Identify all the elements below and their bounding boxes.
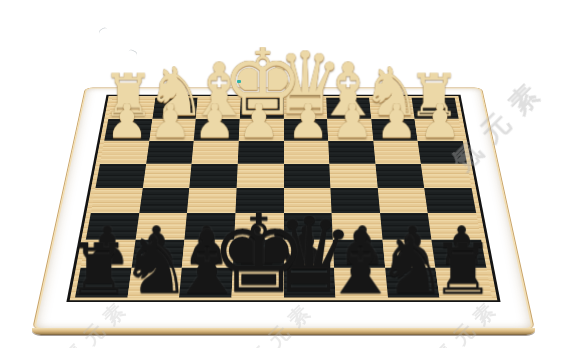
square-b3 (373, 141, 421, 164)
square-b1: ♞ (369, 98, 415, 119)
square-b4 (375, 164, 424, 188)
square-c7: ♟ (333, 240, 385, 268)
square-f8: ♝ (179, 268, 232, 298)
square-a8: ♜ (436, 268, 492, 298)
square-c3 (328, 141, 375, 164)
square-c1: ♝ (326, 98, 371, 119)
square-h6 (86, 213, 139, 240)
square-g8: ♞ (127, 268, 182, 298)
square-d5 (284, 188, 332, 213)
chess-board-grid: ♜♞♝♚♛♝♞♜♟♟♟♟♟♟♟♟♟♟♟♟♟♟♟♟♜♞♝♚♛♝♞♜ (75, 98, 492, 298)
square-d8: ♛ (284, 268, 336, 298)
square-e8: ♚ (231, 268, 283, 298)
board-wooden-frame: ♜♞♝♚♛♝♞♜♟♟♟♟♟♟♟♟♟♟♟♟♟♟♟♟♜♞♝♚♛♝♞♜ (32, 87, 535, 330)
square-a5 (425, 188, 477, 213)
square-h5 (91, 188, 143, 213)
square-d4 (284, 164, 331, 188)
square-b8: ♞ (385, 268, 440, 298)
square-f5 (187, 188, 236, 213)
square-e5 (235, 188, 283, 213)
dust-artifact (98, 26, 109, 37)
square-g4 (142, 164, 191, 188)
square-h7: ♟ (81, 240, 136, 268)
square-a1: ♜ (412, 98, 459, 119)
square-e1: ♚ (240, 98, 284, 119)
board-front-edge (32, 328, 535, 335)
square-e7: ♟ (233, 240, 284, 268)
chess-board-3d: ♜♞♝♚♛♝♞♜♟♟♟♟♟♟♟♟♟♟♟♟♟♟♟♟♜♞♝♚♛♝♞♜ (32, 87, 535, 330)
white-rook-h1: ♜ (102, 72, 155, 118)
square-c4 (329, 164, 377, 188)
board-playing-field: ♜♞♝♚♛♝♞♜♟♟♟♟♟♟♟♟♟♟♟♟♟♟♟♟♜♞♝♚♛♝♞♜ (66, 95, 500, 302)
square-e4 (236, 164, 283, 188)
square-f1: ♝ (196, 98, 241, 119)
square-a3 (418, 141, 467, 164)
square-f2: ♟ (194, 119, 240, 141)
square-f3 (192, 141, 239, 164)
black-rook-a8: ♜ (431, 242, 494, 297)
square-g1: ♞ (152, 98, 198, 119)
teal-speck-artifact (237, 80, 241, 83)
square-h2: ♟ (104, 119, 152, 141)
square-g3 (146, 141, 194, 164)
square-g5 (139, 188, 190, 213)
square-a4 (421, 164, 471, 188)
white-knight-b1: ♞ (361, 66, 421, 118)
square-d1: ♛ (284, 98, 328, 119)
square-h4 (95, 164, 145, 188)
black-rook-h8: ♜ (67, 242, 130, 297)
square-a7: ♟ (432, 240, 487, 268)
square-g2: ♟ (149, 119, 196, 141)
square-f6 (185, 213, 236, 240)
square-d6 (284, 213, 333, 240)
square-b7: ♟ (382, 240, 435, 268)
square-d3 (284, 141, 330, 164)
square-c8: ♝ (334, 268, 387, 298)
square-c2: ♟ (327, 119, 373, 141)
square-d2: ♟ (284, 119, 329, 141)
square-g6 (135, 213, 187, 240)
square-b6 (380, 213, 432, 240)
square-a2: ♟ (415, 119, 463, 141)
square-e2: ♟ (239, 119, 284, 141)
square-f7: ♟ (182, 240, 234, 268)
square-h1: ♜ (108, 98, 155, 119)
square-b2: ♟ (371, 119, 418, 141)
square-c5 (331, 188, 380, 213)
photo-stage: ♜♞♝♚♛♝♞♜♟♟♟♟♟♟♟♟♟♟♟♟♟♟♟♟♜♞♝♚♛♝♞♜ 氪元素 氪元素… (0, 0, 567, 348)
square-c6 (332, 213, 383, 240)
white-rook-a1: ♜ (408, 72, 461, 118)
square-h3 (100, 141, 149, 164)
square-e3 (238, 141, 284, 164)
square-f4 (189, 164, 237, 188)
square-e6 (234, 213, 283, 240)
square-b5 (378, 188, 429, 213)
square-h8: ♜ (75, 268, 131, 298)
square-a6 (428, 213, 481, 240)
square-d7: ♟ (284, 240, 335, 268)
square-g7: ♟ (131, 240, 184, 268)
dust-artifact (127, 48, 138, 58)
